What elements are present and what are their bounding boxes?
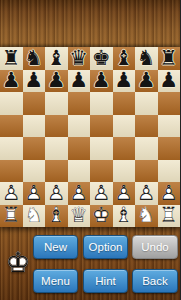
chess-board: ♜♞♝♛♚♝♞♜♟♟♟♟♟♟♟♟♟♙♟♙♟♙♟♙♟♙♟♙♟♙♟♙♜♖♞♘♝♗♛♕… (0, 47, 180, 227)
black-pawn: ♟ (90, 70, 113, 93)
white-pawn: ♟♙ (135, 182, 158, 205)
black-knight: ♞ (135, 47, 158, 70)
black-knight: ♞ (23, 47, 46, 70)
hint-button[interactable]: Hint (83, 269, 128, 293)
black-pawn: ♟ (68, 70, 91, 93)
square-b5[interactable] (23, 115, 46, 138)
square-b4[interactable] (23, 137, 46, 160)
square-g4[interactable] (135, 137, 158, 160)
square-c8[interactable]: ♝ (45, 47, 68, 70)
square-a4[interactable] (0, 137, 23, 160)
square-f3[interactable] (113, 160, 136, 183)
white-pawn: ♟♙ (23, 182, 46, 205)
square-h7[interactable]: ♟ (158, 70, 181, 93)
square-g3[interactable] (135, 160, 158, 183)
black-bishop: ♝ (113, 47, 136, 70)
square-e5[interactable] (90, 115, 113, 138)
square-h5[interactable] (158, 115, 181, 138)
square-g8[interactable]: ♞ (135, 47, 158, 70)
square-c1[interactable]: ♝♗ (45, 205, 68, 228)
square-d2[interactable]: ♟♙ (68, 182, 91, 205)
white-king-icon-outline: ♔ (4, 247, 32, 279)
square-b7[interactable]: ♟ (23, 70, 46, 93)
square-d5[interactable] (68, 115, 91, 138)
white-rook: ♜♖ (158, 205, 181, 228)
square-f8[interactable]: ♝ (113, 47, 136, 70)
option-button[interactable]: Option (83, 235, 128, 259)
square-c5[interactable] (45, 115, 68, 138)
square-b8[interactable]: ♞ (23, 47, 46, 70)
back-button[interactable]: Back (132, 269, 178, 293)
new-button[interactable]: New (33, 235, 78, 259)
square-c4[interactable] (45, 137, 68, 160)
white-bishop: ♝♗ (113, 205, 136, 228)
square-e4[interactable] (90, 137, 113, 160)
white-pawn: ♟♙ (113, 182, 136, 205)
black-pawn: ♟ (45, 70, 68, 93)
square-h1[interactable]: ♜♖ (158, 205, 181, 228)
white-rook: ♜♖ (0, 205, 23, 228)
white-knight: ♞♘ (135, 205, 158, 228)
white-knight: ♞♘ (23, 205, 46, 228)
square-a3[interactable] (0, 160, 23, 183)
square-h3[interactable] (158, 160, 181, 183)
black-rook: ♜ (0, 47, 23, 70)
white-pawn: ♟♙ (90, 182, 113, 205)
square-a7[interactable]: ♟ (0, 70, 23, 93)
square-h4[interactable] (158, 137, 181, 160)
black-rook: ♜ (158, 47, 181, 70)
square-d6[interactable] (68, 92, 91, 115)
square-a5[interactable] (0, 115, 23, 138)
square-f1[interactable]: ♝♗ (113, 205, 136, 228)
square-c7[interactable]: ♟ (45, 70, 68, 93)
black-pawn: ♟ (113, 70, 136, 93)
black-bishop: ♝ (45, 47, 68, 70)
square-d1[interactable]: ♛♕ (68, 205, 91, 228)
square-b6[interactable] (23, 92, 46, 115)
square-e8[interactable]: ♚ (90, 47, 113, 70)
square-e7[interactable]: ♟ (90, 70, 113, 93)
square-f5[interactable] (113, 115, 136, 138)
square-h6[interactable] (158, 92, 181, 115)
square-g5[interactable] (135, 115, 158, 138)
square-d8[interactable]: ♛ (68, 47, 91, 70)
black-queen: ♛ (68, 47, 91, 70)
menu-button[interactable]: Menu (33, 269, 78, 293)
black-pawn: ♟ (135, 70, 158, 93)
square-e2[interactable]: ♟♙ (90, 182, 113, 205)
square-b1[interactable]: ♞♘ (23, 205, 46, 228)
white-king: ♚♔ (90, 205, 113, 228)
square-b2[interactable]: ♟♙ (23, 182, 46, 205)
black-pawn: ♟ (0, 70, 23, 93)
square-f6[interactable] (113, 92, 136, 115)
square-d7[interactable]: ♟ (68, 70, 91, 93)
square-g1[interactable]: ♞♘ (135, 205, 158, 228)
chess-app-screen: ♜♞♝♛♚♝♞♜♟♟♟♟♟♟♟♟♟♙♟♙♟♙♟♙♟♙♟♙♟♙♟♙♜♖♞♘♝♗♛♕… (0, 0, 180, 300)
turn-indicator: ♚ ♔ (4, 247, 32, 279)
square-h2[interactable]: ♟♙ (158, 182, 181, 205)
square-b3[interactable] (23, 160, 46, 183)
square-d4[interactable] (68, 137, 91, 160)
square-a2[interactable]: ♟♙ (0, 182, 23, 205)
square-g6[interactable] (135, 92, 158, 115)
white-pawn: ♟♙ (45, 182, 68, 205)
black-king: ♚ (90, 47, 113, 70)
square-h8[interactable]: ♜ (158, 47, 181, 70)
square-f4[interactable] (113, 137, 136, 160)
square-d3[interactable] (68, 160, 91, 183)
white-pawn: ♟♙ (158, 182, 181, 205)
square-a6[interactable] (0, 92, 23, 115)
undo-button[interactable]: Undo (132, 235, 178, 259)
square-a8[interactable]: ♜ (0, 47, 23, 70)
square-e3[interactable] (90, 160, 113, 183)
square-e1[interactable]: ♚♔ (90, 205, 113, 228)
white-pawn: ♟♙ (68, 182, 91, 205)
square-c2[interactable]: ♟♙ (45, 182, 68, 205)
black-pawn: ♟ (23, 70, 46, 93)
square-e6[interactable] (90, 92, 113, 115)
square-f2[interactable]: ♟♙ (113, 182, 136, 205)
white-queen: ♛♕ (68, 205, 91, 228)
white-pawn: ♟♙ (0, 182, 23, 205)
white-bishop: ♝♗ (45, 205, 68, 228)
square-f7[interactable]: ♟ (113, 70, 136, 93)
square-g7[interactable]: ♟ (135, 70, 158, 93)
black-pawn: ♟ (158, 70, 181, 93)
square-a1[interactable]: ♜♖ (0, 205, 23, 228)
square-g2[interactable]: ♟♙ (135, 182, 158, 205)
square-c6[interactable] (45, 92, 68, 115)
square-c3[interactable] (45, 160, 68, 183)
